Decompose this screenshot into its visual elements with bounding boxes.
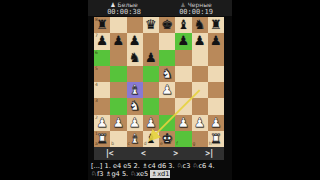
square-e6[interactable]	[159, 50, 175, 66]
square-g4[interactable]	[192, 82, 208, 98]
square-g2[interactable]: ♟	[192, 115, 208, 131]
square-c5[interactable]	[127, 66, 143, 82]
square-b3[interactable]	[110, 98, 126, 114]
square-a8[interactable]: 8♜	[94, 17, 110, 33]
move-list-line2: ♘f3 ♗g4 5. ♘xe5	[91, 170, 150, 178]
square-d7[interactable]	[143, 33, 159, 49]
screenshot-stage: ♟ Белые 00:00:38 ♟ Черные 00:00:19 8♜♛♚♝…	[0, 0, 320, 180]
square-f8[interactable]: ♝	[175, 17, 191, 33]
square-d5[interactable]	[143, 66, 159, 82]
square-h4[interactable]	[208, 82, 224, 98]
black-pawn: ♟	[208, 33, 224, 49]
square-e4[interactable]: ♟	[159, 82, 175, 98]
black-king: ♚	[159, 17, 175, 33]
rank-label-7: 7	[95, 34, 98, 39]
square-h2[interactable]: ♟	[208, 115, 224, 131]
move-navigation-bar: |< < > >|	[94, 147, 224, 160]
file-label-h: h	[209, 142, 212, 147]
rank-label-3: 3	[95, 99, 98, 104]
rank-label-5: 5	[95, 67, 98, 72]
square-f7[interactable]: ♟	[175, 33, 191, 49]
white-rook: ♜	[94, 131, 110, 147]
square-c1[interactable]: c♝	[127, 131, 143, 147]
square-c4[interactable]: ♝	[127, 82, 143, 98]
square-f3[interactable]	[175, 98, 191, 114]
square-f2[interactable]: ♟	[175, 115, 191, 131]
square-e1[interactable]: e♚	[159, 131, 175, 147]
first-move-button[interactable]: |<	[105, 150, 113, 158]
square-f5[interactable]	[175, 66, 191, 82]
chess-app-window: ♟ Белые 00:00:38 ♟ Черные 00:00:19 8♜♛♚♝…	[88, 0, 232, 180]
chess-board: 8♜♛♚♝♞♜7♟♟♟♟♟♟6♞♟5♞4♝♟3♞2♟♟♟♟♟♟♟1a♜bc♝d♝…	[94, 17, 224, 147]
file-label-c: c	[128, 142, 130, 147]
black-pawn: ♟	[127, 33, 143, 49]
black-bishop: ♝	[175, 17, 191, 33]
square-b7[interactable]: ♟	[110, 33, 126, 49]
square-e5[interactable]: ♞	[159, 66, 175, 82]
square-b1[interactable]: b	[110, 131, 126, 147]
square-b6[interactable]	[110, 50, 126, 66]
square-c2[interactable]: ♟	[127, 115, 143, 131]
white-pawn: ♟	[94, 115, 110, 131]
square-g7[interactable]: ♟	[192, 33, 208, 49]
square-g3[interactable]	[192, 98, 208, 114]
black-clock: 00:00:19	[160, 9, 232, 16]
black-player-panel: ♟ Черные 00:00:19	[160, 0, 232, 16]
square-f1[interactable]: f	[175, 131, 191, 147]
black-pawn: ♟	[192, 33, 208, 49]
square-a7[interactable]: 7♟	[94, 33, 110, 49]
square-b4[interactable]	[110, 82, 126, 98]
move-list: [...] 1. e4 e5 2. ♗c4 d6 3. ♘c3 ♘c6 4. ♘…	[91, 162, 231, 179]
square-c7[interactable]: ♟	[127, 33, 143, 49]
next-move-button[interactable]: >	[173, 150, 177, 158]
square-b2[interactable]: ♟	[110, 115, 126, 131]
white-rook: ♜	[208, 131, 224, 147]
white-pawn-icon: ♟	[110, 1, 115, 8]
rank-label-6: 6	[95, 51, 98, 56]
square-d3[interactable]	[143, 98, 159, 114]
white-pawn: ♟	[208, 115, 224, 131]
rank-label-8: 8	[95, 18, 98, 23]
file-label-d: d	[144, 142, 147, 147]
square-e3[interactable]	[159, 98, 175, 114]
white-pawn: ♟	[159, 82, 175, 98]
square-h8[interactable]: ♜	[208, 17, 224, 33]
square-g1[interactable]: g	[192, 131, 208, 147]
square-h7[interactable]: ♟	[208, 33, 224, 49]
square-b5[interactable]	[110, 66, 126, 82]
square-b8[interactable]	[110, 17, 126, 33]
square-h5[interactable]	[208, 66, 224, 82]
square-g8[interactable]: ♞	[192, 17, 208, 33]
white-pawn: ♟	[143, 115, 159, 131]
square-f6[interactable]	[175, 50, 191, 66]
square-c6[interactable]: ♞	[127, 50, 143, 66]
square-d1[interactable]: d♝	[143, 131, 159, 147]
white-king: ♚	[159, 131, 175, 147]
last-move-button[interactable]: >|	[205, 150, 213, 158]
black-rook: ♜	[208, 17, 224, 33]
black-pawn: ♟	[94, 33, 110, 49]
white-pawn: ♟	[110, 115, 126, 131]
square-a3[interactable]: 3	[94, 98, 110, 114]
file-label-g: g	[193, 142, 196, 147]
square-g6[interactable]	[192, 50, 208, 66]
black-knight: ♞	[192, 17, 208, 33]
black-bishop: ♝	[143, 131, 159, 147]
white-pawn: ♟	[127, 115, 143, 131]
square-c3[interactable]: ♞	[127, 98, 143, 114]
white-player-panel: ♟ Белые 00:00:38	[88, 0, 160, 16]
rank-label-2: 2	[95, 116, 98, 121]
white-clock: 00:00:38	[88, 9, 160, 16]
square-h6[interactable]	[208, 50, 224, 66]
square-a6[interactable]: 6	[94, 50, 110, 66]
current-move-highlight[interactable]: ♗xd1	[150, 170, 170, 178]
square-d8[interactable]: ♛	[143, 17, 159, 33]
square-g5[interactable]	[192, 66, 208, 82]
players-header: ♟ Белые 00:00:38 ♟ Черные 00:00:19	[88, 0, 232, 16]
square-f4[interactable]	[175, 82, 191, 98]
square-a5[interactable]: 5	[94, 66, 110, 82]
square-h3[interactable]	[208, 98, 224, 114]
file-label-e: e	[160, 142, 163, 147]
square-e8[interactable]: ♚	[159, 17, 175, 33]
square-c8[interactable]	[127, 17, 143, 33]
square-a4[interactable]: 4	[94, 82, 110, 98]
rank-label-4: 4	[95, 83, 98, 88]
white-knight: ♞	[159, 66, 175, 82]
square-e2[interactable]	[159, 115, 175, 131]
prev-move-button[interactable]: <	[141, 150, 145, 158]
rank-label-1: 1	[95, 132, 98, 137]
white-pawn: ♟	[175, 115, 191, 131]
black-rook: ♜	[94, 17, 110, 33]
white-pawn: ♟	[192, 115, 208, 131]
file-label-b: b	[111, 142, 114, 147]
black-queen: ♛	[143, 17, 159, 33]
white-bishop: ♝	[127, 82, 143, 98]
black-pawn: ♟	[143, 50, 159, 66]
white-bishop: ♝	[127, 131, 143, 147]
file-label-f: f	[176, 142, 178, 147]
square-e7[interactable]	[159, 33, 175, 49]
square-d4[interactable]	[143, 82, 159, 98]
move-list-line1: [...] 1. e4 e5 2. ♗c4 d6 3. ♘c3 ♘c6 4.	[91, 162, 215, 170]
square-h1[interactable]: h♜	[208, 131, 224, 147]
black-pawn: ♟	[175, 33, 191, 49]
square-a1[interactable]: 1a♜	[94, 131, 110, 147]
white-knight: ♞	[127, 98, 143, 114]
black-pawn: ♟	[110, 33, 126, 49]
black-pawn-icon: ♟	[180, 1, 185, 8]
black-knight: ♞	[127, 50, 143, 66]
square-d2[interactable]: ♟	[143, 115, 159, 131]
file-label-a: a	[95, 142, 98, 147]
square-a2[interactable]: 2♟	[94, 115, 110, 131]
square-d6[interactable]: ♟	[143, 50, 159, 66]
